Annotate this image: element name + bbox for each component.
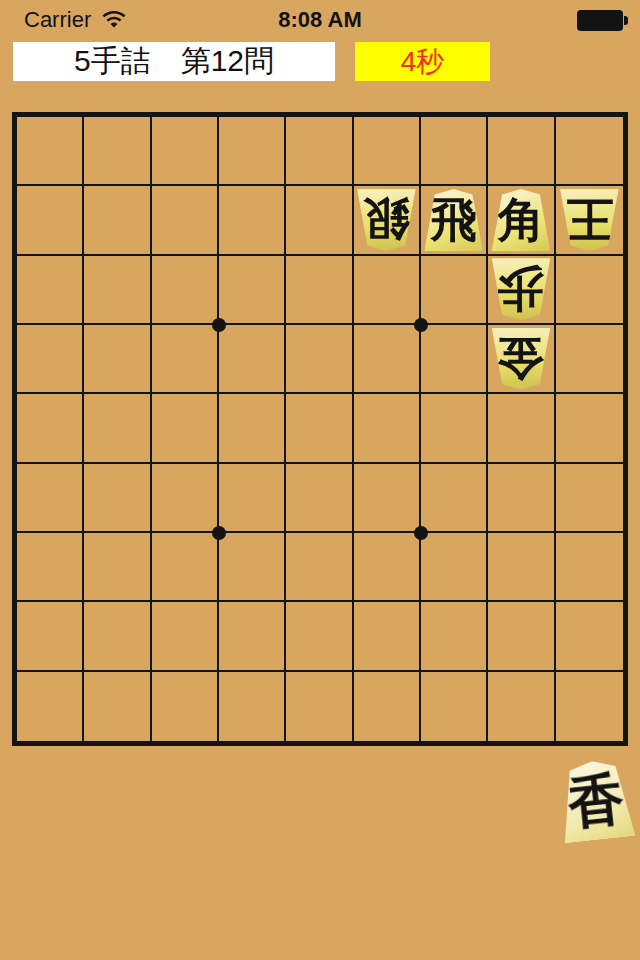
status-bar: Carrier 8:08 AM bbox=[0, 0, 640, 40]
board-cell[interactable] bbox=[488, 394, 555, 463]
board-cell[interactable] bbox=[488, 117, 555, 186]
board-cell[interactable] bbox=[286, 117, 353, 186]
piece-glyph: 飛 bbox=[430, 196, 477, 243]
board-cell[interactable] bbox=[17, 186, 84, 255]
board-cell[interactable] bbox=[354, 117, 421, 186]
board-cell[interactable] bbox=[152, 533, 219, 602]
board-cell[interactable] bbox=[152, 186, 219, 255]
star-point bbox=[414, 526, 428, 540]
gote-piece-歩[interactable]: 歩 bbox=[490, 258, 551, 320]
star-point bbox=[414, 318, 428, 332]
board-grid: 銀飛角王歩金 bbox=[17, 117, 623, 741]
board-cell[interactable] bbox=[286, 464, 353, 533]
board-cell[interactable] bbox=[219, 186, 286, 255]
board-cell[interactable] bbox=[286, 325, 353, 394]
board-cell[interactable] bbox=[421, 117, 488, 186]
board-cell[interactable] bbox=[421, 464, 488, 533]
board-cell[interactable] bbox=[219, 394, 286, 463]
piece-glyph: 銀 bbox=[363, 196, 410, 243]
board-cell[interactable] bbox=[354, 325, 421, 394]
board-cell[interactable] bbox=[556, 325, 623, 394]
board-cell[interactable] bbox=[152, 602, 219, 671]
board-cell[interactable] bbox=[84, 394, 151, 463]
board-cell[interactable] bbox=[354, 394, 421, 463]
board-cell[interactable] bbox=[219, 602, 286, 671]
board-cell[interactable] bbox=[84, 602, 151, 671]
piece-glyph: 金 bbox=[497, 335, 544, 382]
piece-glyph: 歩 bbox=[497, 266, 544, 313]
board-cell[interactable]: 金 bbox=[488, 325, 555, 394]
board-cell[interactable] bbox=[556, 394, 623, 463]
board-cell[interactable]: 角 bbox=[488, 186, 555, 255]
board-cell[interactable] bbox=[354, 464, 421, 533]
board-cell[interactable] bbox=[421, 602, 488, 671]
board-cell[interactable] bbox=[354, 602, 421, 671]
board-cell[interactable] bbox=[488, 533, 555, 602]
board-cell[interactable] bbox=[17, 394, 84, 463]
board-cell[interactable] bbox=[556, 672, 623, 741]
piece-glyph: 香 bbox=[565, 770, 627, 832]
puzzle-title-label: 5手詰 第12問 bbox=[74, 41, 274, 82]
board-cell[interactable] bbox=[421, 394, 488, 463]
board-cell[interactable] bbox=[488, 672, 555, 741]
board-cell[interactable] bbox=[286, 533, 353, 602]
board-cell[interactable] bbox=[17, 117, 84, 186]
board-cell[interactable] bbox=[488, 602, 555, 671]
board-cell[interactable] bbox=[421, 256, 488, 325]
gote-piece-王[interactable]: 王 bbox=[559, 189, 620, 251]
board-cell[interactable] bbox=[84, 533, 151, 602]
board-cell[interactable] bbox=[152, 394, 219, 463]
board-cell[interactable] bbox=[219, 464, 286, 533]
board-cell[interactable] bbox=[556, 602, 623, 671]
board-cell[interactable] bbox=[17, 325, 84, 394]
board-cell[interactable] bbox=[84, 117, 151, 186]
board-cell[interactable] bbox=[219, 117, 286, 186]
board-cell[interactable] bbox=[421, 672, 488, 741]
sente-piece-飛[interactable]: 飛 bbox=[423, 189, 484, 251]
shogi-board: 銀飛角王歩金 bbox=[12, 112, 628, 746]
board-cell[interactable] bbox=[556, 464, 623, 533]
board-cell[interactable] bbox=[219, 256, 286, 325]
board-cell[interactable] bbox=[17, 672, 84, 741]
board-cell[interactable]: 王 bbox=[556, 186, 623, 255]
timer-label: 4秒 bbox=[401, 43, 445, 81]
board-cell[interactable] bbox=[152, 256, 219, 325]
board-cell[interactable] bbox=[219, 672, 286, 741]
gote-piece-金[interactable]: 金 bbox=[490, 328, 551, 390]
board-cell[interactable] bbox=[421, 533, 488, 602]
board-cell[interactable] bbox=[556, 256, 623, 325]
board-cell[interactable] bbox=[286, 186, 353, 255]
board-cell[interactable] bbox=[556, 117, 623, 186]
puzzle-title: 5手詰 第12問 bbox=[13, 42, 335, 81]
board-cell[interactable] bbox=[84, 325, 151, 394]
timer-badge: 4秒 bbox=[355, 42, 490, 81]
board-cell[interactable]: 銀 bbox=[354, 186, 421, 255]
board-cell[interactable] bbox=[421, 325, 488, 394]
star-point bbox=[212, 526, 226, 540]
gote-piece-銀[interactable]: 銀 bbox=[356, 189, 417, 251]
board-cell[interactable] bbox=[556, 533, 623, 602]
board-cell[interactable] bbox=[152, 464, 219, 533]
status-time: 8:08 AM bbox=[0, 7, 640, 33]
star-point bbox=[212, 318, 226, 332]
board-cell[interactable] bbox=[152, 325, 219, 394]
sente-piece-角[interactable]: 角 bbox=[490, 189, 551, 251]
board-cell[interactable] bbox=[219, 325, 286, 394]
board-cell[interactable] bbox=[17, 464, 84, 533]
board-cell[interactable] bbox=[84, 464, 151, 533]
board-cell[interactable] bbox=[286, 672, 353, 741]
board-cell[interactable] bbox=[17, 602, 84, 671]
app-screen: Carrier 8:08 AM 5手詰 第12問 4秒 銀飛角王歩金 香 bbox=[0, 0, 640, 960]
board-cell[interactable] bbox=[84, 672, 151, 741]
piece-glyph: 角 bbox=[497, 196, 544, 243]
board-cell[interactable] bbox=[354, 533, 421, 602]
board-cell[interactable]: 歩 bbox=[488, 256, 555, 325]
board-cell[interactable] bbox=[84, 186, 151, 255]
board-cell[interactable] bbox=[354, 672, 421, 741]
board-cell[interactable] bbox=[84, 256, 151, 325]
board-cell[interactable] bbox=[152, 672, 219, 741]
board-cell[interactable] bbox=[488, 464, 555, 533]
board-cell[interactable] bbox=[17, 256, 84, 325]
hand-piece-香[interactable]: 香 bbox=[555, 757, 637, 843]
board-cell[interactable] bbox=[286, 256, 353, 325]
piece-glyph: 王 bbox=[566, 196, 613, 243]
board-cell[interactable] bbox=[17, 533, 84, 602]
board-cell[interactable] bbox=[286, 394, 353, 463]
board-cell[interactable]: 飛 bbox=[421, 186, 488, 255]
board-cell[interactable] bbox=[152, 117, 219, 186]
board-cell[interactable] bbox=[219, 533, 286, 602]
board-cell[interactable] bbox=[286, 602, 353, 671]
board-cell[interactable] bbox=[354, 256, 421, 325]
